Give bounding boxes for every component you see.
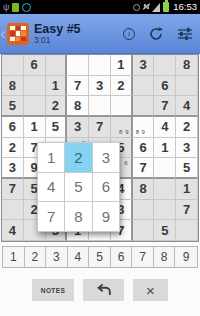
cell-r2c5[interactable]: 3 bbox=[89, 76, 111, 97]
popup-number-6[interactable]: 6 bbox=[93, 173, 119, 202]
cell-r1c3[interactable] bbox=[46, 55, 68, 76]
undo-icon bbox=[95, 283, 113, 298]
undo-button[interactable] bbox=[83, 279, 124, 301]
pencil-mark: 8 bbox=[136, 129, 139, 135]
cell-r2c4[interactable]: 7 bbox=[67, 76, 89, 97]
popup-number-3[interactable]: 3 bbox=[93, 143, 119, 172]
keypad-3[interactable]: 3 bbox=[46, 247, 68, 267]
cell-r2c6[interactable]: 2 bbox=[111, 76, 133, 97]
keypad-9[interactable]: 9 bbox=[175, 247, 197, 267]
cell-r4c5[interactable]: 7 bbox=[89, 117, 111, 138]
info-icon[interactable]: i bbox=[123, 28, 135, 40]
cell-r1c9[interactable]: 8 bbox=[176, 55, 198, 76]
cell-r2c3[interactable]: 1 bbox=[46, 76, 68, 97]
popup-number-1[interactable]: 1 bbox=[38, 143, 64, 172]
cell-r7c9[interactable]: 1 bbox=[176, 179, 198, 200]
restart-icon[interactable] bbox=[148, 26, 164, 42]
cell-r9c8[interactable]: 5 bbox=[154, 220, 176, 241]
keypad-2[interactable]: 2 bbox=[25, 247, 47, 267]
cell-r1c2[interactable]: 6 bbox=[24, 55, 46, 76]
back-chevron-icon[interactable]: ‹ bbox=[0, 25, 7, 42]
notes-button[interactable]: NOTES bbox=[32, 279, 74, 301]
cell-r6c7[interactable]: 7 bbox=[133, 158, 155, 179]
keypad-1[interactable]: 1 bbox=[3, 247, 25, 267]
percent-circle-icon bbox=[22, 3, 31, 12]
cell-r6c8[interactable] bbox=[154, 158, 176, 179]
battery-icon bbox=[163, 2, 169, 12]
cell-r1c6[interactable]: 1 bbox=[111, 55, 133, 76]
pencil-mark: 9 bbox=[125, 129, 128, 135]
keypad-7[interactable]: 7 bbox=[132, 247, 154, 267]
popup-number-4[interactable]: 4 bbox=[38, 173, 64, 202]
settings-sliders-icon[interactable] bbox=[177, 26, 193, 42]
nfc-off-icon: N bbox=[143, 3, 149, 11]
cell-r5c8[interactable]: 1 bbox=[154, 138, 176, 159]
alarm-icon bbox=[133, 4, 140, 11]
cell-r4c2[interactable]: 1 bbox=[24, 117, 46, 138]
cell-r1c5[interactable] bbox=[89, 55, 111, 76]
cell-r4c1[interactable]: 6 bbox=[2, 117, 24, 138]
keypad-6[interactable]: 6 bbox=[111, 247, 133, 267]
app-icon[interactable] bbox=[7, 23, 29, 45]
keypad-8[interactable]: 8 bbox=[154, 247, 176, 267]
popup-number-2[interactable]: 2 bbox=[65, 143, 91, 172]
battery-app-icon bbox=[12, 3, 19, 12]
cell-r5c9[interactable]: 3 bbox=[176, 138, 198, 159]
cell-r3c7[interactable] bbox=[133, 96, 155, 117]
cell-r4c7[interactable]: 89 bbox=[133, 117, 155, 138]
cell-r2c9[interactable] bbox=[176, 76, 198, 97]
cell-r8c8[interactable] bbox=[154, 200, 176, 221]
cell-r7c7[interactable]: 8 bbox=[133, 179, 155, 200]
cell-r2c1[interactable]: 8 bbox=[2, 76, 24, 97]
cell-r7c1[interactable]: 7 bbox=[2, 179, 24, 200]
cell-r5c7[interactable]: 6 bbox=[133, 138, 155, 159]
popup-number-5[interactable]: 5 bbox=[65, 173, 91, 202]
cell-r1c1[interactable] bbox=[2, 55, 24, 76]
cell-r2c2[interactable] bbox=[24, 76, 46, 97]
cell-r4c4[interactable]: 3 bbox=[67, 117, 89, 138]
cell-r1c4[interactable] bbox=[67, 55, 89, 76]
popup-number-8[interactable]: 8 bbox=[65, 202, 91, 231]
cell-r4c6[interactable]: 89 bbox=[111, 117, 133, 138]
cell-r3c2[interactable] bbox=[24, 96, 46, 117]
cell-r9c1[interactable]: 4 bbox=[2, 220, 24, 241]
cell-r5c1[interactable]: 2 bbox=[2, 138, 24, 159]
cell-r2c8[interactable]: 6 bbox=[154, 76, 176, 97]
cell-r3c3[interactable]: 2 bbox=[46, 96, 68, 117]
status-time: 16:53 bbox=[173, 2, 197, 12]
cell-r3c1[interactable]: 5 bbox=[2, 96, 24, 117]
cell-r3c6[interactable] bbox=[111, 96, 133, 117]
clear-cell-button[interactable]: × bbox=[133, 279, 168, 301]
pencil-mark: 9 bbox=[141, 129, 144, 135]
cell-r3c4[interactable]: 8 bbox=[67, 96, 89, 117]
cell-r9c9[interactable] bbox=[176, 220, 198, 241]
cell-r4c9[interactable]: 2 bbox=[176, 117, 198, 138]
cell-r3c8[interactable]: 7 bbox=[154, 96, 176, 117]
cell-r3c9[interactable]: 4 bbox=[176, 96, 198, 117]
cell-r4c3[interactable]: 5 bbox=[46, 117, 68, 138]
keypad-5[interactable]: 5 bbox=[89, 247, 111, 267]
app-header: ‹ Easy #5 3:01 i bbox=[0, 14, 200, 54]
cell-r2c7[interactable] bbox=[133, 76, 155, 97]
popup-number-9[interactable]: 9 bbox=[93, 202, 119, 231]
cell-r6c1[interactable]: 3 bbox=[2, 158, 24, 179]
cell-r8c7[interactable] bbox=[133, 200, 155, 221]
game-timer: 3:01 bbox=[34, 36, 81, 45]
keypad-4[interactable]: 4 bbox=[68, 247, 90, 267]
popup-number-7[interactable]: 7 bbox=[38, 202, 64, 231]
signal-icon bbox=[152, 3, 160, 12]
cell-r1c7[interactable]: 3 bbox=[133, 55, 155, 76]
number-picker-popup: 123456789 bbox=[37, 142, 120, 232]
cell-r7c8[interactable] bbox=[154, 179, 176, 200]
number-keypad: 123456789 bbox=[2, 246, 198, 268]
cell-r6c9[interactable]: 5 bbox=[176, 158, 198, 179]
pencil-mark: 6 bbox=[124, 160, 127, 166]
cell-r9c7[interactable] bbox=[133, 220, 155, 241]
cell-r8c1[interactable] bbox=[2, 200, 24, 221]
cell-r1c8[interactable] bbox=[154, 55, 176, 76]
cell-r3c5[interactable] bbox=[89, 96, 111, 117]
status-bar: ψ N 16:53 bbox=[0, 0, 200, 14]
cell-r8c9[interactable]: 7 bbox=[176, 200, 198, 221]
cell-r4c8[interactable]: 4 bbox=[154, 117, 176, 138]
action-button-row: NOTES × bbox=[0, 279, 200, 301]
usb-icon: ψ bbox=[3, 3, 9, 12]
page-title: Easy #5 bbox=[34, 22, 81, 36]
pencil-mark: 8 bbox=[119, 129, 122, 135]
